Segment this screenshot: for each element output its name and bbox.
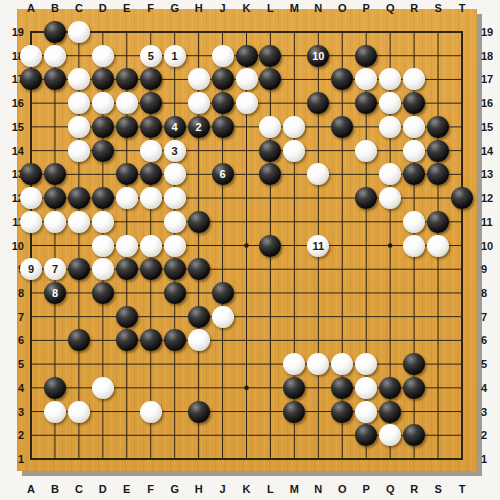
coord-label-right-5: 5	[481, 358, 500, 370]
coord-label-top-G: G	[166, 2, 184, 14]
coord-label-bottom-L: L	[261, 483, 279, 495]
stone-white-C16[interactable]	[68, 92, 90, 114]
coord-label-right-7: 7	[481, 311, 500, 323]
stone-white-G10[interactable]	[164, 235, 186, 257]
coord-label-bottom-E: E	[118, 483, 136, 495]
stone-white-F18[interactable]: 5	[140, 45, 162, 67]
stone-white-D18[interactable]	[92, 45, 114, 67]
stone-white-C3[interactable]	[68, 401, 90, 423]
coord-label-right-15: 15	[481, 121, 500, 133]
coord-label-bottom-A: A	[22, 483, 40, 495]
go-board-page: AABBCCDDEEFFGGHHJJKKLLMMNNOOPPQQRRSSTT19…	[0, 0, 500, 500]
stone-white-C19[interactable]	[68, 21, 90, 43]
stone-black-E7[interactable]	[116, 306, 138, 328]
coord-label-left-16: 16	[2, 97, 24, 109]
stone-white-A18[interactable]	[20, 45, 42, 67]
stone-black-B12[interactable]	[44, 187, 66, 209]
stone-black-L10[interactable]	[259, 235, 281, 257]
coord-label-bottom-F: F	[142, 483, 160, 495]
stone-black-H3[interactable]	[188, 401, 210, 423]
stone-black-H15[interactable]: 2	[188, 116, 210, 138]
coord-label-left-2: 2	[2, 429, 24, 441]
stone-white-D10[interactable]	[92, 235, 114, 257]
stone-black-H7[interactable]	[188, 306, 210, 328]
move-number: 7	[52, 263, 58, 275]
stone-black-M3[interactable]	[283, 401, 305, 423]
move-number: 3	[172, 145, 178, 157]
coord-label-top-N: N	[309, 2, 327, 14]
stone-black-E6[interactable]	[116, 329, 138, 351]
coord-label-top-R: R	[405, 2, 423, 14]
stone-black-J17[interactable]	[212, 68, 234, 90]
stone-white-J18[interactable]	[212, 45, 234, 67]
stone-white-H17[interactable]	[188, 68, 210, 90]
coord-label-right-17: 17	[481, 73, 500, 85]
stone-white-F12[interactable]	[140, 187, 162, 209]
stone-black-L14[interactable]	[259, 140, 281, 162]
stone-black-Q3[interactable]	[379, 401, 401, 423]
stone-white-M14[interactable]	[283, 140, 305, 162]
coord-label-top-J: J	[214, 2, 232, 14]
stone-black-H9[interactable]	[188, 258, 210, 280]
move-number: 2	[196, 121, 202, 133]
stone-black-T12[interactable]	[451, 187, 473, 209]
stone-black-B4[interactable]	[44, 377, 66, 399]
coord-label-left-3: 3	[2, 406, 24, 418]
stone-black-L18[interactable]	[259, 45, 281, 67]
coord-label-bottom-H: H	[190, 483, 208, 495]
move-number: 6	[219, 168, 225, 180]
coord-label-right-6: 6	[481, 334, 500, 346]
move-number: 11	[313, 240, 325, 252]
stone-black-J13[interactable]: 6	[212, 163, 234, 185]
stone-white-C15[interactable]	[68, 116, 90, 138]
stone-white-B9[interactable]: 7	[44, 258, 66, 280]
coord-label-top-B: B	[46, 2, 64, 14]
coord-label-top-H: H	[190, 2, 208, 14]
stone-white-D4[interactable]	[92, 377, 114, 399]
stone-black-H11[interactable]	[188, 211, 210, 233]
coord-label-bottom-Q: Q	[381, 483, 399, 495]
stone-black-G15[interactable]: 4	[164, 116, 186, 138]
stone-black-F9[interactable]	[140, 258, 162, 280]
coord-label-right-18: 18	[481, 50, 500, 62]
coord-label-top-A: A	[22, 2, 40, 14]
stone-black-D12[interactable]	[92, 187, 114, 209]
coord-label-right-13: 13	[481, 168, 500, 180]
stone-black-D15[interactable]	[92, 116, 114, 138]
move-number: 5	[148, 50, 154, 62]
stone-white-B3[interactable]	[44, 401, 66, 423]
stone-black-F13[interactable]	[140, 163, 162, 185]
stone-white-E12[interactable]	[116, 187, 138, 209]
coord-label-bottom-G: G	[166, 483, 184, 495]
coord-label-top-C: C	[70, 2, 88, 14]
stone-white-G12[interactable]	[164, 187, 186, 209]
coord-label-left-4: 4	[2, 382, 24, 394]
coord-label-right-11: 11	[481, 216, 500, 228]
coord-label-right-14: 14	[481, 145, 500, 157]
coord-label-top-S: S	[429, 2, 447, 14]
coord-label-left-10: 10	[2, 240, 24, 252]
stone-black-D14[interactable]	[92, 140, 114, 162]
stone-white-H6[interactable]	[188, 329, 210, 351]
stone-black-G6[interactable]	[164, 329, 186, 351]
stone-black-F16[interactable]	[140, 92, 162, 114]
coord-label-top-O: O	[333, 2, 351, 14]
stone-black-J8[interactable]	[212, 282, 234, 304]
stone-white-D9[interactable]	[92, 258, 114, 280]
stone-black-G8[interactable]	[164, 282, 186, 304]
stone-black-E13[interactable]	[116, 163, 138, 185]
coord-label-bottom-P: P	[357, 483, 375, 495]
coord-label-left-5: 5	[2, 358, 24, 370]
coord-label-right-1: 1	[481, 453, 500, 465]
stone-black-N18[interactable]: 10	[307, 45, 329, 67]
stone-black-S11[interactable]	[427, 211, 449, 233]
coord-label-top-L: L	[261, 2, 279, 14]
stone-white-K17[interactable]	[236, 68, 258, 90]
stone-white-G14[interactable]: 3	[164, 140, 186, 162]
stone-white-B11[interactable]	[44, 211, 66, 233]
stone-white-S10[interactable]	[427, 235, 449, 257]
coord-label-right-9: 9	[481, 263, 500, 275]
coord-label-right-4: 4	[481, 382, 500, 394]
coord-label-bottom-R: R	[405, 483, 423, 495]
coord-label-left-8: 8	[2, 287, 24, 299]
stone-black-B19[interactable]	[44, 21, 66, 43]
stone-white-P14[interactable]	[355, 140, 377, 162]
coord-label-bottom-M: M	[285, 483, 303, 495]
coord-label-top-M: M	[285, 2, 303, 14]
stone-black-S14[interactable]	[427, 140, 449, 162]
stone-white-Q15[interactable]	[379, 116, 401, 138]
stone-white-E16[interactable]	[116, 92, 138, 114]
stone-black-K18[interactable]	[236, 45, 258, 67]
stone-white-P4[interactable]	[355, 377, 377, 399]
stone-white-H16[interactable]	[188, 92, 210, 114]
stone-white-A12[interactable]	[20, 187, 42, 209]
stone-white-R10[interactable]	[403, 235, 425, 257]
stone-white-N10[interactable]: 11	[307, 235, 329, 257]
stone-white-D11[interactable]	[92, 211, 114, 233]
stone-white-G13[interactable]	[164, 163, 186, 185]
coord-label-bottom-J: J	[214, 483, 232, 495]
stone-black-R4[interactable]	[403, 377, 425, 399]
stone-black-B8[interactable]: 8	[44, 282, 66, 304]
coord-label-right-8: 8	[481, 287, 500, 299]
stone-black-F6[interactable]	[140, 329, 162, 351]
stone-white-K16[interactable]	[236, 92, 258, 114]
stone-white-C14[interactable]	[68, 140, 90, 162]
stone-black-O3[interactable]	[331, 401, 353, 423]
stone-white-F10[interactable]	[140, 235, 162, 257]
stone-black-O4[interactable]	[331, 377, 353, 399]
coord-label-right-3: 3	[481, 406, 500, 418]
stone-black-F15[interactable]	[140, 116, 162, 138]
stone-white-R11[interactable]	[403, 211, 425, 233]
stone-white-C11[interactable]	[68, 211, 90, 233]
stone-white-R14[interactable]	[403, 140, 425, 162]
coord-label-bottom-D: D	[94, 483, 112, 495]
coord-label-bottom-T: T	[453, 483, 471, 495]
coord-label-right-12: 12	[481, 192, 500, 204]
coord-label-left-19: 19	[2, 26, 24, 38]
coord-label-bottom-B: B	[46, 483, 64, 495]
move-number: 1	[172, 50, 178, 62]
stone-white-P3[interactable]	[355, 401, 377, 423]
coord-label-left-15: 15	[2, 121, 24, 133]
stone-white-E10[interactable]	[116, 235, 138, 257]
coord-label-left-1: 1	[2, 453, 24, 465]
stone-white-G18[interactable]: 1	[164, 45, 186, 67]
move-number: 8	[52, 287, 58, 299]
coord-label-top-F: F	[142, 2, 160, 14]
coord-label-bottom-S: S	[429, 483, 447, 495]
stone-black-G9[interactable]	[164, 258, 186, 280]
stone-black-F17[interactable]	[140, 68, 162, 90]
coord-label-right-2: 2	[481, 429, 500, 441]
coord-label-bottom-N: N	[309, 483, 327, 495]
stone-black-S15[interactable]	[427, 116, 449, 138]
stone-black-J15[interactable]	[212, 116, 234, 138]
coord-label-bottom-K: K	[238, 483, 256, 495]
stone-black-P18[interactable]	[355, 45, 377, 67]
stone-white-J7[interactable]	[212, 306, 234, 328]
stone-white-G11[interactable]	[164, 211, 186, 233]
stone-black-J16[interactable]	[212, 92, 234, 114]
coord-label-left-7: 7	[2, 311, 24, 323]
stone-white-B18[interactable]	[44, 45, 66, 67]
coord-label-bottom-O: O	[333, 483, 351, 495]
stone-black-E9[interactable]	[116, 258, 138, 280]
coord-label-top-D: D	[94, 2, 112, 14]
coord-label-top-Q: Q	[381, 2, 399, 14]
stone-white-F14[interactable]	[140, 140, 162, 162]
coord-label-right-10: 10	[481, 240, 500, 252]
stone-black-O15[interactable]	[331, 116, 353, 138]
coord-label-left-14: 14	[2, 145, 24, 157]
stone-black-Q4[interactable]	[379, 377, 401, 399]
coord-label-bottom-C: C	[70, 483, 88, 495]
move-number: 10	[312, 50, 324, 62]
move-number: 9	[28, 263, 34, 275]
coord-label-top-T: T	[453, 2, 471, 14]
coord-label-top-K: K	[238, 2, 256, 14]
stone-black-C12[interactable]	[68, 187, 90, 209]
coord-label-right-19: 19	[481, 26, 500, 38]
coord-label-left-6: 6	[2, 334, 24, 346]
stone-white-R15[interactable]	[403, 116, 425, 138]
move-number: 4	[172, 121, 178, 133]
stone-black-C9[interactable]	[68, 258, 90, 280]
stone-white-F3[interactable]	[140, 401, 162, 423]
coord-label-right-16: 16	[481, 97, 500, 109]
stone-black-D8[interactable]	[92, 282, 114, 304]
stone-white-D16[interactable]	[92, 92, 114, 114]
stone-white-A11[interactable]	[20, 211, 42, 233]
coord-label-top-P: P	[357, 2, 375, 14]
stone-black-E15[interactable]	[116, 116, 138, 138]
coord-label-top-E: E	[118, 2, 136, 14]
